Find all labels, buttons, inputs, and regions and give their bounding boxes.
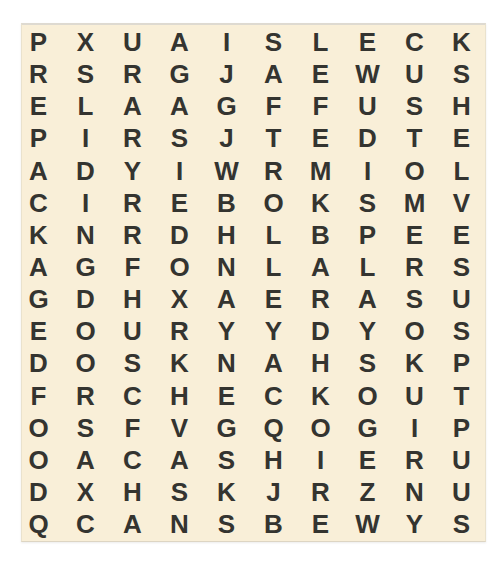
grid-cell-r12c5[interactable]: E: [203, 380, 250, 412]
grid-cell-r11c10[interactable]: P: [438, 347, 485, 379]
grid-cell-r15c6[interactable]: J: [250, 476, 297, 508]
grid-cell-r13c3[interactable]: F: [109, 412, 156, 444]
grid-cell-r3c6[interactable]: F: [250, 90, 297, 122]
grid-cell-r11c8[interactable]: S: [344, 347, 391, 379]
grid-cell-r11c6[interactable]: A: [250, 347, 297, 379]
grid-cell-r10c5[interactable]: Y: [203, 315, 250, 347]
grid-cell-r11c3[interactable]: S: [109, 347, 156, 379]
grid-cell-r16c8[interactable]: W: [344, 508, 391, 540]
grid-cell-r15c10[interactable]: U: [438, 476, 485, 508]
grid-cell-r5c1[interactable]: A: [15, 155, 62, 187]
grid-cell-r9c3[interactable]: H: [109, 283, 156, 315]
grid-cell-r7c10[interactable]: E: [438, 219, 485, 251]
grid-cell-r2c5[interactable]: J: [203, 58, 250, 90]
grid-cell-r5c4[interactable]: I: [156, 155, 203, 187]
grid-cell-r2c7[interactable]: E: [297, 58, 344, 90]
grid-cell-r6c6[interactable]: O: [250, 187, 297, 219]
grid-cell-r7c7[interactable]: B: [297, 219, 344, 251]
grid-cell-r13c2[interactable]: S: [62, 412, 109, 444]
grid-cell-r4c10[interactable]: E: [438, 122, 485, 154]
grid-cell-r9c6[interactable]: E: [250, 283, 297, 315]
grid-cell-r3c7[interactable]: F: [297, 90, 344, 122]
grid-cell-r10c2[interactable]: O: [62, 315, 109, 347]
grid-cell-r6c10[interactable]: V: [438, 187, 485, 219]
grid-cell-r8c8[interactable]: L: [344, 251, 391, 283]
grid-cell-r8c5[interactable]: N: [203, 251, 250, 283]
grid-cell-r6c7[interactable]: K: [297, 187, 344, 219]
grid-cell-r15c3[interactable]: H: [109, 476, 156, 508]
grid-cell-r12c7[interactable]: K: [297, 380, 344, 412]
grid-cell-r4c3[interactable]: R: [109, 122, 156, 154]
grid-cell-r11c7[interactable]: H: [297, 347, 344, 379]
grid-cell-r1c7[interactable]: L: [297, 26, 344, 58]
grid-cell-r9c8[interactable]: A: [344, 283, 391, 315]
grid-cell-r6c8[interactable]: S: [344, 187, 391, 219]
grid-cell-r15c8[interactable]: Z: [344, 476, 391, 508]
grid-cell-r2c9[interactable]: U: [391, 58, 438, 90]
grid-cell-r4c5[interactable]: J: [203, 122, 250, 154]
grid-cell-r8c9[interactable]: R: [391, 251, 438, 283]
grid-cell-r4c2[interactable]: I: [62, 122, 109, 154]
grid-cell-r6c4[interactable]: E: [156, 187, 203, 219]
grid-cell-r16c3[interactable]: A: [109, 508, 156, 540]
grid-cell-r9c7[interactable]: R: [297, 283, 344, 315]
grid-cell-r5c3[interactable]: Y: [109, 155, 156, 187]
grid-cell-r14c4[interactable]: A: [156, 444, 203, 476]
grid-cell-r7c2[interactable]: N: [62, 219, 109, 251]
grid-cell-r1c6[interactable]: S: [250, 26, 297, 58]
grid-cell-r11c5[interactable]: N: [203, 347, 250, 379]
grid-cell-r14c5[interactable]: S: [203, 444, 250, 476]
grid-cell-r5c7[interactable]: M: [297, 155, 344, 187]
grid-cell-r3c2[interactable]: L: [62, 90, 109, 122]
grid-cell-r10c3[interactable]: U: [109, 315, 156, 347]
grid-cell-r4c4[interactable]: S: [156, 122, 203, 154]
grid-cell-r16c6[interactable]: B: [250, 508, 297, 540]
grid-cell-r8c4[interactable]: O: [156, 251, 203, 283]
grid-cell-r13c6[interactable]: Q: [250, 412, 297, 444]
grid-cell-r14c10[interactable]: U: [438, 444, 485, 476]
grid-cell-r2c4[interactable]: G: [156, 58, 203, 90]
grid-cell-r10c4[interactable]: R: [156, 315, 203, 347]
grid-cell-r2c2[interactable]: S: [62, 58, 109, 90]
grid-cell-r12c9[interactable]: U: [391, 380, 438, 412]
grid-cell-r2c3[interactable]: R: [109, 58, 156, 90]
grid-cell-r3c3[interactable]: A: [109, 90, 156, 122]
grid-cell-r13c9[interactable]: I: [391, 412, 438, 444]
grid-cell-r9c10[interactable]: U: [438, 283, 485, 315]
grid-cell-r4c8[interactable]: D: [344, 122, 391, 154]
grid-cell-r12c1[interactable]: F: [15, 380, 62, 412]
grid-cell-r1c4[interactable]: A: [156, 26, 203, 58]
grid-cell-r12c10[interactable]: T: [438, 380, 485, 412]
grid-cell-r2c8[interactable]: W: [344, 58, 391, 90]
grid-cell-r15c5[interactable]: K: [203, 476, 250, 508]
grid-cell-r10c7[interactable]: D: [297, 315, 344, 347]
grid-cell-r1c1[interactable]: P: [15, 26, 62, 58]
grid-cell-r13c4[interactable]: V: [156, 412, 203, 444]
grid-cell-r6c5[interactable]: B: [203, 187, 250, 219]
grid-cell-r14c2[interactable]: A: [62, 444, 109, 476]
grid-cell-r15c4[interactable]: S: [156, 476, 203, 508]
grid-cell-r8c6[interactable]: L: [250, 251, 297, 283]
grid-cell-r1c9[interactable]: C: [391, 26, 438, 58]
letter-grid: PXUAISLECKRSRGJAEWUSELAAGFFUSHPIRSJTEDTE…: [15, 26, 485, 540]
grid-cell-r11c4[interactable]: K: [156, 347, 203, 379]
grid-cell-r15c2[interactable]: X: [62, 476, 109, 508]
grid-cell-r11c2[interactable]: O: [62, 347, 109, 379]
grid-cell-r16c4[interactable]: N: [156, 508, 203, 540]
grid-cell-r6c1[interactable]: C: [15, 187, 62, 219]
grid-cell-r9c2[interactable]: D: [62, 283, 109, 315]
grid-cell-r4c1[interactable]: P: [15, 122, 62, 154]
grid-cell-r7c9[interactable]: E: [391, 219, 438, 251]
grid-cell-r5c5[interactable]: W: [203, 155, 250, 187]
grid-cell-r7c6[interactable]: L: [250, 219, 297, 251]
grid-cell-r2c6[interactable]: A: [250, 58, 297, 90]
grid-cell-r5c9[interactable]: O: [391, 155, 438, 187]
grid-cell-r10c9[interactable]: O: [391, 315, 438, 347]
grid-cell-r1c5[interactable]: I: [203, 26, 250, 58]
grid-cell-r13c10[interactable]: P: [438, 412, 485, 444]
grid-cell-r5c10[interactable]: L: [438, 155, 485, 187]
grid-cell-r8c7[interactable]: A: [297, 251, 344, 283]
grid-cell-r1c10[interactable]: K: [438, 26, 485, 58]
grid-cell-r10c1[interactable]: E: [15, 315, 62, 347]
grid-cell-r16c2[interactable]: C: [62, 508, 109, 540]
grid-cell-r16c9[interactable]: Y: [391, 508, 438, 540]
grid-cell-r6c3[interactable]: R: [109, 187, 156, 219]
grid-cell-r11c9[interactable]: K: [391, 347, 438, 379]
grid-cell-r12c8[interactable]: O: [344, 380, 391, 412]
grid-cell-r3c1[interactable]: E: [15, 90, 62, 122]
grid-cell-r1c2[interactable]: X: [62, 26, 109, 58]
grid-cell-r12c4[interactable]: H: [156, 380, 203, 412]
grid-cell-r14c6[interactable]: H: [250, 444, 297, 476]
grid-cell-r10c10[interactable]: S: [438, 315, 485, 347]
grid-cell-r14c9[interactable]: R: [391, 444, 438, 476]
grid-cell-r8c3[interactable]: F: [109, 251, 156, 283]
grid-cell-r9c9[interactable]: S: [391, 283, 438, 315]
grid-cell-r15c9[interactable]: N: [391, 476, 438, 508]
grid-cell-r3c8[interactable]: U: [344, 90, 391, 122]
grid-cell-r5c8[interactable]: I: [344, 155, 391, 187]
grid-cell-r2c10[interactable]: S: [438, 58, 485, 90]
grid-cell-r14c7[interactable]: I: [297, 444, 344, 476]
grid-cell-r4c6[interactable]: T: [250, 122, 297, 154]
grid-cell-r3c5[interactable]: G: [203, 90, 250, 122]
grid-cell-r4c9[interactable]: T: [391, 122, 438, 154]
grid-cell-r3c10[interactable]: H: [438, 90, 485, 122]
grid-cell-r1c8[interactable]: E: [344, 26, 391, 58]
grid-cell-r1c3[interactable]: U: [109, 26, 156, 58]
grid-cell-r13c8[interactable]: G: [344, 412, 391, 444]
grid-cell-r7c5[interactable]: H: [203, 219, 250, 251]
grid-cell-r14c8[interactable]: E: [344, 444, 391, 476]
grid-cell-r9c5[interactable]: A: [203, 283, 250, 315]
grid-cell-r12c3[interactable]: C: [109, 380, 156, 412]
grid-cell-r3c9[interactable]: S: [391, 90, 438, 122]
grid-cell-r7c8[interactable]: P: [344, 219, 391, 251]
grid-cell-r14c1[interactable]: O: [15, 444, 62, 476]
grid-cell-r15c1[interactable]: D: [15, 476, 62, 508]
grid-cell-r2c1[interactable]: R: [15, 58, 62, 90]
grid-cell-r8c10[interactable]: S: [438, 251, 485, 283]
grid-cell-r11c1[interactable]: D: [15, 347, 62, 379]
grid-cell-r13c5[interactable]: G: [203, 412, 250, 444]
grid-cell-r5c2[interactable]: D: [62, 155, 109, 187]
grid-cell-r16c7[interactable]: E: [297, 508, 344, 540]
grid-cell-r16c5[interactable]: S: [203, 508, 250, 540]
grid-cell-r13c7[interactable]: O: [297, 412, 344, 444]
grid-cell-r6c2[interactable]: I: [62, 187, 109, 219]
grid-cell-r15c7[interactable]: R: [297, 476, 344, 508]
grid-cell-r12c2[interactable]: R: [62, 380, 109, 412]
grid-cell-r5c6[interactable]: R: [250, 155, 297, 187]
grid-cell-r6c9[interactable]: M: [391, 187, 438, 219]
grid-cell-r16c10[interactable]: S: [438, 508, 485, 540]
grid-cell-r14c3[interactable]: C: [109, 444, 156, 476]
grid-cell-r8c1[interactable]: A: [15, 251, 62, 283]
grid-cell-r13c1[interactable]: O: [15, 412, 62, 444]
grid-cell-r16c1[interactable]: Q: [15, 508, 62, 540]
grid-cell-r7c1[interactable]: K: [15, 219, 62, 251]
grid-cell-r7c4[interactable]: D: [156, 219, 203, 251]
grid-cell-r12c6[interactable]: C: [250, 380, 297, 412]
grid-cell-r4c7[interactable]: E: [297, 122, 344, 154]
grid-cell-r9c4[interactable]: X: [156, 283, 203, 315]
grid-cell-r7c3[interactable]: R: [109, 219, 156, 251]
grid-cell-r3c4[interactable]: A: [156, 90, 203, 122]
page: PXUAISLECKRSRGJAEWUSELAAGFFUSHPIRSJTEDTE…: [0, 0, 500, 584]
grid-cell-r10c8[interactable]: Y: [344, 315, 391, 347]
grid-cell-r9c1[interactable]: G: [15, 283, 62, 315]
grid-cell-r8c2[interactable]: G: [62, 251, 109, 283]
grid-cell-r10c6[interactable]: Y: [250, 315, 297, 347]
